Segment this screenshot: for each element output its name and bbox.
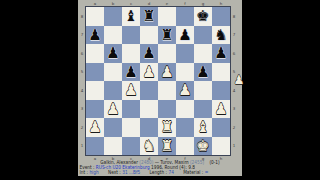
square-e6[interactable] xyxy=(158,44,176,63)
square-b6[interactable]: ♟ xyxy=(104,44,122,63)
black-pawn: ♟ xyxy=(124,63,137,82)
white-player-name: Galkin, Alexander xyxy=(100,160,138,165)
event-label: Event : xyxy=(80,165,95,170)
white-pawn: ♟ xyxy=(178,81,191,100)
square-c3[interactable] xyxy=(122,100,140,119)
rank-label: 3 xyxy=(79,100,85,119)
square-f4[interactable]: ♟ xyxy=(176,81,194,100)
square-h7[interactable]: ♞ xyxy=(212,26,230,45)
square-c5[interactable]: ♟ xyxy=(122,63,140,82)
square-h8[interactable] xyxy=(212,7,230,26)
white-pawn: ♟ xyxy=(160,63,173,82)
black-pawn: ♟ xyxy=(106,44,119,63)
square-g4[interactable] xyxy=(194,81,212,100)
square-a1[interactable] xyxy=(86,137,104,156)
square-e4[interactable] xyxy=(158,81,176,100)
square-f7[interactable]: ♟ xyxy=(176,26,194,45)
event-rest: 1996, Round (4): 9.8 xyxy=(151,165,195,170)
square-b8[interactable] xyxy=(104,7,122,26)
square-e1[interactable]: ♜ xyxy=(158,137,176,156)
square-f2[interactable] xyxy=(176,118,194,137)
rank-label: 2 xyxy=(79,118,85,137)
stat-length: Length :74 xyxy=(149,170,173,175)
file-label: c xyxy=(122,1,140,6)
square-h5[interactable] xyxy=(212,63,230,82)
square-f8[interactable] xyxy=(176,7,194,26)
black-knight: ♞ xyxy=(214,26,227,45)
file-label: g xyxy=(194,1,212,6)
square-d1[interactable]: ♞ xyxy=(140,137,158,156)
stats-line: Int :high Next :31 ...Bf5 Length :74 Mat… xyxy=(78,170,244,175)
black-rook: ♜ xyxy=(160,26,173,45)
rank-label: 7 xyxy=(231,26,237,45)
black-rook: ♜ xyxy=(142,7,155,26)
rank-labels-left: 87654321 xyxy=(79,7,85,155)
chess-board: ♝♜♚♟♜♟♞♟♟♟♟♟♟♟♟♟♟♟♟♜♝♞♜♚ xyxy=(86,7,230,155)
square-d5[interactable]: ♟ xyxy=(140,63,158,82)
white-pawn: ♟ xyxy=(142,63,155,82)
square-h1[interactable] xyxy=(212,137,230,156)
chess-panel: abcdefgh abcdefgh 87654321 87654321 ♝♜♚♟… xyxy=(78,0,242,176)
square-c4[interactable]: ♟ xyxy=(122,81,140,100)
square-e7[interactable]: ♜ xyxy=(158,26,176,45)
black-pawn: ♟ xyxy=(178,26,191,45)
square-f6[interactable] xyxy=(176,44,194,63)
square-f1[interactable] xyxy=(176,137,194,156)
white-pawn: ♟ xyxy=(88,118,101,137)
file-label: f xyxy=(176,1,194,6)
black-pawn: ♟ xyxy=(88,26,101,45)
square-g6[interactable] xyxy=(194,44,212,63)
black-king: ♚ xyxy=(196,7,209,26)
square-a7[interactable]: ♟ xyxy=(86,26,104,45)
square-b2[interactable] xyxy=(104,118,122,137)
square-f5[interactable] xyxy=(176,63,194,82)
black-pawn: ♟ xyxy=(142,44,155,63)
file-labels-top: abcdefgh xyxy=(86,1,230,6)
event-line: Event : RUS-ch U20 Ekaterinburg 1996, Ro… xyxy=(78,165,244,170)
square-d2[interactable] xyxy=(140,118,158,137)
rank-label: 3 xyxy=(231,100,237,119)
rank-label: 6 xyxy=(79,44,85,63)
square-c1[interactable] xyxy=(122,137,140,156)
square-a2[interactable]: ♟ xyxy=(86,118,104,137)
square-e8[interactable] xyxy=(158,7,176,26)
pawn-icon: ♟ xyxy=(234,73,245,87)
square-d6[interactable]: ♟ xyxy=(140,44,158,63)
square-c8[interactable]: ♝ xyxy=(122,7,140,26)
stat-next-move: Next :31 ...Bf5 xyxy=(108,170,140,175)
rank-label: 5 xyxy=(79,63,85,82)
rank-label: 7 xyxy=(79,26,85,45)
square-g7[interactable] xyxy=(194,26,212,45)
square-g2[interactable]: ♝ xyxy=(194,118,212,137)
square-a8[interactable] xyxy=(86,7,104,26)
square-a6[interactable] xyxy=(86,44,104,63)
black-pawn: ♟ xyxy=(196,63,209,82)
square-d4[interactable] xyxy=(140,81,158,100)
white-player-rating: (2480) xyxy=(139,160,153,165)
square-c7[interactable] xyxy=(122,26,140,45)
white-pawn: ♟ xyxy=(106,100,119,119)
square-g5[interactable]: ♟ xyxy=(194,63,212,82)
square-g8[interactable]: ♚ xyxy=(194,7,212,26)
square-e2[interactable]: ♜ xyxy=(158,118,176,137)
black-pawn: ♟ xyxy=(214,44,227,63)
square-e3[interactable] xyxy=(158,100,176,119)
white-rook: ♜ xyxy=(160,118,173,137)
stat-material: Material := xyxy=(183,170,208,175)
square-b1[interactable] xyxy=(104,137,122,156)
square-h6[interactable]: ♟ xyxy=(212,44,230,63)
file-label: d xyxy=(140,1,158,6)
white-king: ♚ xyxy=(196,137,209,156)
square-a4[interactable] xyxy=(86,81,104,100)
square-b3[interactable]: ♟ xyxy=(104,100,122,119)
players-line: Galkin, Alexander (2480) — Turov, Maxim … xyxy=(78,160,242,165)
white-rook: ♜ xyxy=(160,137,173,156)
square-e5[interactable]: ♟ xyxy=(158,63,176,82)
black-bishop: ♝ xyxy=(124,7,137,26)
square-h2[interactable] xyxy=(212,118,230,137)
file-label: e xyxy=(158,1,176,6)
square-b5[interactable] xyxy=(104,63,122,82)
square-g1[interactable]: ♚ xyxy=(194,137,212,156)
rank-label: 1 xyxy=(79,137,85,156)
rank-label: 8 xyxy=(231,7,237,26)
square-d7[interactable] xyxy=(140,26,158,45)
rank-label: 2 xyxy=(231,118,237,137)
rank-label: 6 xyxy=(231,44,237,63)
file-label: b xyxy=(104,1,122,6)
white-bishop: ♝ xyxy=(196,118,209,137)
square-f3[interactable] xyxy=(176,100,194,119)
black-player-name: Turov, Maxim xyxy=(160,160,188,165)
black-player-rating: (2455) xyxy=(190,160,204,165)
game-result: (0-1) xyxy=(209,160,219,165)
square-h3[interactable]: ♟ xyxy=(212,100,230,119)
square-b4[interactable] xyxy=(104,81,122,100)
square-c6[interactable] xyxy=(122,44,140,63)
white-pawn: ♟ xyxy=(124,81,137,100)
rank-label: 8 xyxy=(79,7,85,26)
square-d3[interactable] xyxy=(140,100,158,119)
square-b7[interactable] xyxy=(104,26,122,45)
vs-dash: — xyxy=(155,160,159,165)
event-link[interactable]: RUS-ch U20 Ekaterinburg xyxy=(96,165,150,170)
file-label: a xyxy=(86,1,104,6)
file-label: h xyxy=(212,1,230,6)
square-c2[interactable] xyxy=(122,118,140,137)
square-h4[interactable] xyxy=(212,81,230,100)
white-pawn: ♟ xyxy=(214,100,227,119)
square-a5[interactable] xyxy=(86,63,104,82)
square-a3[interactable] xyxy=(86,100,104,119)
stat-interest: Int :high xyxy=(80,170,99,175)
video-frame: abcdefgh abcdefgh 87654321 87654321 ♝♜♚♟… xyxy=(0,0,320,180)
square-g3[interactable] xyxy=(194,100,212,119)
rank-label: 4 xyxy=(79,81,85,100)
rank-label: 1 xyxy=(231,137,237,156)
white-knight: ♞ xyxy=(142,137,155,156)
square-d8[interactable]: ♜ xyxy=(140,7,158,26)
